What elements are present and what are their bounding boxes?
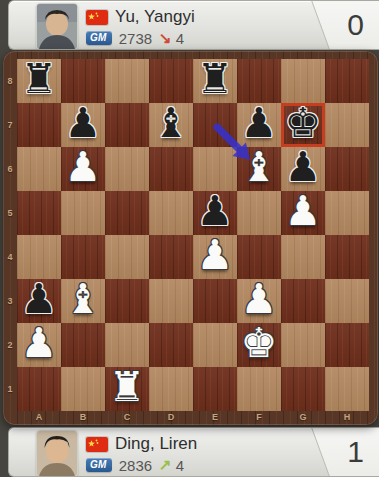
rank-label-4: 4 xyxy=(3,235,17,279)
square-c6[interactable] xyxy=(105,147,149,191)
square-e5[interactable]: ♟ xyxy=(193,191,237,235)
square-d3[interactable] xyxy=(149,279,193,323)
player-score: 0 xyxy=(347,8,364,42)
player-avatar-top xyxy=(36,3,78,50)
trend-up-icon: ↗ xyxy=(159,456,172,474)
piece-black-bishop-d7[interactable]: ♝ xyxy=(153,101,190,145)
trend-delta: 4 xyxy=(176,30,184,47)
rank-label-7: 7 xyxy=(3,103,17,147)
player-name: Yu, Yangyi xyxy=(115,7,195,27)
square-e1[interactable] xyxy=(193,367,237,411)
piece-black-pawn-g6[interactable]: ♟ xyxy=(285,145,322,189)
square-b6[interactable]: ♟ xyxy=(61,147,105,191)
player-rating: 2836 xyxy=(119,457,152,474)
title-badge: GM xyxy=(86,31,112,45)
square-a8[interactable]: ♜ xyxy=(17,59,61,103)
square-c8[interactable] xyxy=(105,59,149,103)
square-d4[interactable] xyxy=(149,235,193,279)
piece-white-rook-c1[interactable]: ♜ xyxy=(109,365,146,409)
square-g3[interactable] xyxy=(281,279,325,323)
file-label-g: G xyxy=(281,411,325,425)
square-g4[interactable] xyxy=(281,235,325,279)
square-f1[interactable] xyxy=(237,367,281,411)
square-h5[interactable] xyxy=(325,191,369,235)
square-h2[interactable] xyxy=(325,323,369,367)
square-f7[interactable]: ♟ xyxy=(237,103,281,147)
piece-white-pawn-e4[interactable]: ♟ xyxy=(197,233,234,277)
piece-white-pawn-g5[interactable]: ♟ xyxy=(285,189,322,233)
square-d1[interactable] xyxy=(149,367,193,411)
rank-label-8: 8 xyxy=(3,59,17,103)
square-a1[interactable] xyxy=(17,367,61,411)
rank-labels: 87654321 xyxy=(3,59,17,411)
square-b5[interactable] xyxy=(61,191,105,235)
square-g7[interactable]: ♚ xyxy=(281,103,325,147)
square-b3[interactable]: ♝ xyxy=(61,279,105,323)
square-a3[interactable]: ♟ xyxy=(17,279,61,323)
piece-black-pawn-f7[interactable]: ♟ xyxy=(241,101,278,145)
square-f3[interactable]: ♟ xyxy=(237,279,281,323)
chess-board-frame: 87654321 ABCDEFGH ♜♜♟♝♟♚♟♝♟♟♟♟♟♝♟♟♚♜ xyxy=(3,51,378,425)
file-label-e: E xyxy=(193,411,237,425)
rank-label-1: 1 xyxy=(3,367,17,411)
rank-label-6: 6 xyxy=(3,147,17,191)
trend-delta: 4 xyxy=(176,457,184,474)
file-label-d: D xyxy=(149,411,193,425)
piece-black-pawn-b7[interactable]: ♟ xyxy=(65,101,102,145)
square-d5[interactable] xyxy=(149,191,193,235)
player-score: 1 xyxy=(347,435,364,469)
piece-white-king-f2[interactable]: ♚ xyxy=(241,321,278,365)
player-rating: 2738 xyxy=(119,30,152,47)
player-name: Ding, Liren xyxy=(115,434,197,454)
player-bar-bottom: Ding, Liren GM 2836 ↗ 4 1 xyxy=(8,427,379,477)
piece-black-king-g7[interactable]: ♚ xyxy=(285,101,322,145)
square-c7[interactable] xyxy=(105,103,149,147)
file-label-c: C xyxy=(105,411,149,425)
piece-black-pawn-a3[interactable]: ♟ xyxy=(21,277,58,321)
chess-board: ♜♜♟♝♟♚♟♝♟♟♟♟♟♝♟♟♚♜ xyxy=(17,59,369,411)
square-c2[interactable] xyxy=(105,323,149,367)
square-c4[interactable] xyxy=(105,235,149,279)
piece-black-pawn-e5[interactable]: ♟ xyxy=(197,189,234,233)
piece-black-rook-e8[interactable]: ♜ xyxy=(197,57,234,101)
square-d7[interactable]: ♝ xyxy=(149,103,193,147)
score-wedge xyxy=(310,0,379,50)
file-label-f: F xyxy=(237,411,281,425)
square-f2[interactable]: ♚ xyxy=(237,323,281,367)
file-label-a: A xyxy=(17,411,61,425)
player-avatar-bottom xyxy=(36,430,78,477)
square-h6[interactable] xyxy=(325,147,369,191)
file-labels: ABCDEFGH xyxy=(17,411,369,425)
square-b8[interactable] xyxy=(61,59,105,103)
square-e3[interactable] xyxy=(193,279,237,323)
square-h7[interactable] xyxy=(325,103,369,147)
square-h8[interactable] xyxy=(325,59,369,103)
square-b2[interactable] xyxy=(61,323,105,367)
square-g1[interactable] xyxy=(281,367,325,411)
square-g8[interactable] xyxy=(281,59,325,103)
square-d6[interactable] xyxy=(149,147,193,191)
square-b4[interactable] xyxy=(61,235,105,279)
piece-white-pawn-b6[interactable]: ♟ xyxy=(65,145,102,189)
square-b1[interactable] xyxy=(61,367,105,411)
square-f6[interactable]: ♝ xyxy=(237,147,281,191)
square-a6[interactable] xyxy=(17,147,61,191)
china-flag-icon xyxy=(86,437,108,452)
square-e7[interactable] xyxy=(193,103,237,147)
square-f8[interactable] xyxy=(237,59,281,103)
square-d2[interactable] xyxy=(149,323,193,367)
square-f5[interactable] xyxy=(237,191,281,235)
square-g6[interactable]: ♟ xyxy=(281,147,325,191)
square-f4[interactable] xyxy=(237,235,281,279)
square-g2[interactable] xyxy=(281,323,325,367)
rank-label-5: 5 xyxy=(3,191,17,235)
piece-black-rook-a8[interactable]: ♜ xyxy=(21,57,58,101)
square-a2[interactable]: ♟ xyxy=(17,323,61,367)
square-e4[interactable]: ♟ xyxy=(193,235,237,279)
player-name-row: Ding, Liren xyxy=(86,435,197,453)
square-e6[interactable] xyxy=(193,147,237,191)
file-label-h: H xyxy=(325,411,369,425)
piece-white-pawn-f3[interactable]: ♟ xyxy=(241,277,278,321)
square-b7[interactable]: ♟ xyxy=(61,103,105,147)
piece-white-pawn-a2[interactable]: ♟ xyxy=(21,321,58,365)
rank-label-2: 2 xyxy=(3,323,17,367)
china-flag-icon xyxy=(86,10,108,25)
score-wedge xyxy=(310,427,379,477)
piece-white-bishop-f6[interactable]: ♝ xyxy=(241,145,278,189)
square-a4[interactable] xyxy=(17,235,61,279)
square-h1[interactable] xyxy=(325,367,369,411)
square-d8[interactable] xyxy=(149,59,193,103)
player-bar-top: Yu, Yangyi GM 2738 ↘ 4 0 xyxy=(8,0,379,50)
square-e8[interactable]: ♜ xyxy=(193,59,237,103)
square-c1[interactable]: ♜ xyxy=(105,367,149,411)
square-c5[interactable] xyxy=(105,191,149,235)
player-sub-row: GM 2836 ↗ 4 xyxy=(86,457,184,473)
square-g5[interactable]: ♟ xyxy=(281,191,325,235)
piece-white-bishop-b3[interactable]: ♝ xyxy=(65,277,102,321)
title-badge: GM xyxy=(86,458,112,472)
square-a7[interactable] xyxy=(17,103,61,147)
player-sub-row: GM 2738 ↘ 4 xyxy=(86,30,184,46)
square-h3[interactable] xyxy=(325,279,369,323)
player-name-row: Yu, Yangyi xyxy=(86,8,195,26)
file-label-b: B xyxy=(61,411,105,425)
trend-down-icon: ↘ xyxy=(159,29,172,47)
square-e2[interactable] xyxy=(193,323,237,367)
square-a5[interactable] xyxy=(17,191,61,235)
rank-label-3: 3 xyxy=(3,279,17,323)
square-c3[interactable] xyxy=(105,279,149,323)
square-h4[interactable] xyxy=(325,235,369,279)
